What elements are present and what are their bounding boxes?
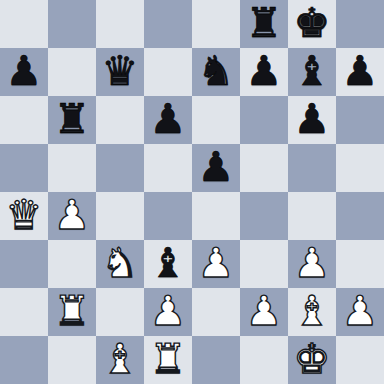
square-b7[interactable] bbox=[48, 48, 96, 96]
square-d5[interactable] bbox=[144, 144, 192, 192]
black-queen-c7[interactable]: ♛ bbox=[102, 47, 139, 95]
square-a6[interactable] bbox=[0, 96, 48, 144]
black-rook-f8[interactable]: ♜ bbox=[246, 0, 283, 47]
square-f6[interactable] bbox=[240, 96, 288, 144]
square-e8[interactable] bbox=[192, 0, 240, 48]
square-c7[interactable]: ♛ bbox=[96, 48, 144, 96]
square-f1[interactable] bbox=[240, 336, 288, 384]
square-a5[interactable] bbox=[0, 144, 48, 192]
black-pawn-e5[interactable]: ♟ bbox=[198, 143, 235, 191]
square-e2[interactable] bbox=[192, 288, 240, 336]
square-h3[interactable] bbox=[336, 240, 384, 288]
white-pawn-e3[interactable]: ♟ bbox=[198, 239, 235, 287]
square-c8[interactable] bbox=[96, 0, 144, 48]
square-e4[interactable] bbox=[192, 192, 240, 240]
square-a1[interactable] bbox=[0, 336, 48, 384]
square-d3[interactable]: ♝ bbox=[144, 240, 192, 288]
square-g6[interactable]: ♟ bbox=[288, 96, 336, 144]
square-a2[interactable] bbox=[0, 288, 48, 336]
square-b8[interactable] bbox=[48, 0, 96, 48]
square-d8[interactable] bbox=[144, 0, 192, 48]
black-pawn-d6[interactable]: ♟ bbox=[150, 95, 187, 143]
square-b1[interactable] bbox=[48, 336, 96, 384]
square-d2[interactable]: ♟ bbox=[144, 288, 192, 336]
square-g3[interactable]: ♟ bbox=[288, 240, 336, 288]
square-g2[interactable]: ♝ bbox=[288, 288, 336, 336]
black-king-g8[interactable]: ♚ bbox=[294, 0, 331, 47]
white-bishop-g2[interactable]: ♝ bbox=[294, 287, 331, 335]
square-h6[interactable] bbox=[336, 96, 384, 144]
square-h7[interactable]: ♟ bbox=[336, 48, 384, 96]
square-h8[interactable] bbox=[336, 0, 384, 48]
square-f5[interactable] bbox=[240, 144, 288, 192]
white-pawn-f2[interactable]: ♟ bbox=[246, 287, 283, 335]
square-e3[interactable]: ♟ bbox=[192, 240, 240, 288]
square-b6[interactable]: ♜ bbox=[48, 96, 96, 144]
square-c4[interactable] bbox=[96, 192, 144, 240]
square-c2[interactable] bbox=[96, 288, 144, 336]
square-e5[interactable]: ♟ bbox=[192, 144, 240, 192]
square-f7[interactable]: ♟ bbox=[240, 48, 288, 96]
square-e7[interactable]: ♞ bbox=[192, 48, 240, 96]
square-f4[interactable] bbox=[240, 192, 288, 240]
square-b3[interactable] bbox=[48, 240, 96, 288]
black-pawn-h7[interactable]: ♟ bbox=[342, 47, 379, 95]
square-a8[interactable] bbox=[0, 0, 48, 48]
black-rook-b6[interactable]: ♜ bbox=[54, 95, 91, 143]
square-b2[interactable]: ♜ bbox=[48, 288, 96, 336]
black-knight-e7[interactable]: ♞ bbox=[198, 47, 235, 95]
white-pawn-g3[interactable]: ♟ bbox=[294, 239, 331, 287]
square-f3[interactable] bbox=[240, 240, 288, 288]
white-pawn-d2[interactable]: ♟ bbox=[150, 287, 187, 335]
square-h4[interactable] bbox=[336, 192, 384, 240]
square-c3[interactable]: ♞ bbox=[96, 240, 144, 288]
white-knight-c3[interactable]: ♞ bbox=[102, 239, 139, 287]
square-d1[interactable]: ♜ bbox=[144, 336, 192, 384]
square-g8[interactable]: ♚ bbox=[288, 0, 336, 48]
square-g4[interactable] bbox=[288, 192, 336, 240]
black-pawn-a7[interactable]: ♟ bbox=[6, 47, 43, 95]
white-pawn-b4[interactable]: ♟ bbox=[54, 191, 91, 239]
square-b4[interactable]: ♟ bbox=[48, 192, 96, 240]
square-a4[interactable]: ♛ bbox=[0, 192, 48, 240]
white-queen-a4[interactable]: ♛ bbox=[6, 191, 43, 239]
square-f2[interactable]: ♟ bbox=[240, 288, 288, 336]
square-a3[interactable] bbox=[0, 240, 48, 288]
white-rook-b2[interactable]: ♜ bbox=[54, 287, 91, 335]
square-d6[interactable]: ♟ bbox=[144, 96, 192, 144]
square-c1[interactable]: ♝ bbox=[96, 336, 144, 384]
square-h1[interactable] bbox=[336, 336, 384, 384]
white-king-g1[interactable]: ♚ bbox=[294, 335, 331, 383]
square-h5[interactable] bbox=[336, 144, 384, 192]
square-g5[interactable] bbox=[288, 144, 336, 192]
chess-board: ♜♚♟♛♞♟♝♟♜♟♟♟♛♟♞♝♟♟♜♟♟♝♟♝♜♚ bbox=[0, 0, 384, 384]
square-c5[interactable] bbox=[96, 144, 144, 192]
white-pawn-h2[interactable]: ♟ bbox=[342, 287, 379, 335]
square-e6[interactable] bbox=[192, 96, 240, 144]
square-a7[interactable]: ♟ bbox=[0, 48, 48, 96]
black-pawn-f7[interactable]: ♟ bbox=[246, 47, 283, 95]
square-f8[interactable]: ♜ bbox=[240, 0, 288, 48]
black-bishop-d3[interactable]: ♝ bbox=[150, 239, 187, 287]
square-g1[interactable]: ♚ bbox=[288, 336, 336, 384]
square-d4[interactable] bbox=[144, 192, 192, 240]
square-h2[interactable]: ♟ bbox=[336, 288, 384, 336]
black-pawn-g6[interactable]: ♟ bbox=[294, 95, 331, 143]
square-g7[interactable]: ♝ bbox=[288, 48, 336, 96]
white-bishop-c1[interactable]: ♝ bbox=[102, 335, 139, 383]
square-c6[interactable] bbox=[96, 96, 144, 144]
square-b5[interactable] bbox=[48, 144, 96, 192]
white-rook-d1[interactable]: ♜ bbox=[150, 335, 187, 383]
square-e1[interactable] bbox=[192, 336, 240, 384]
black-bishop-g7[interactable]: ♝ bbox=[294, 47, 331, 95]
square-d7[interactable] bbox=[144, 48, 192, 96]
